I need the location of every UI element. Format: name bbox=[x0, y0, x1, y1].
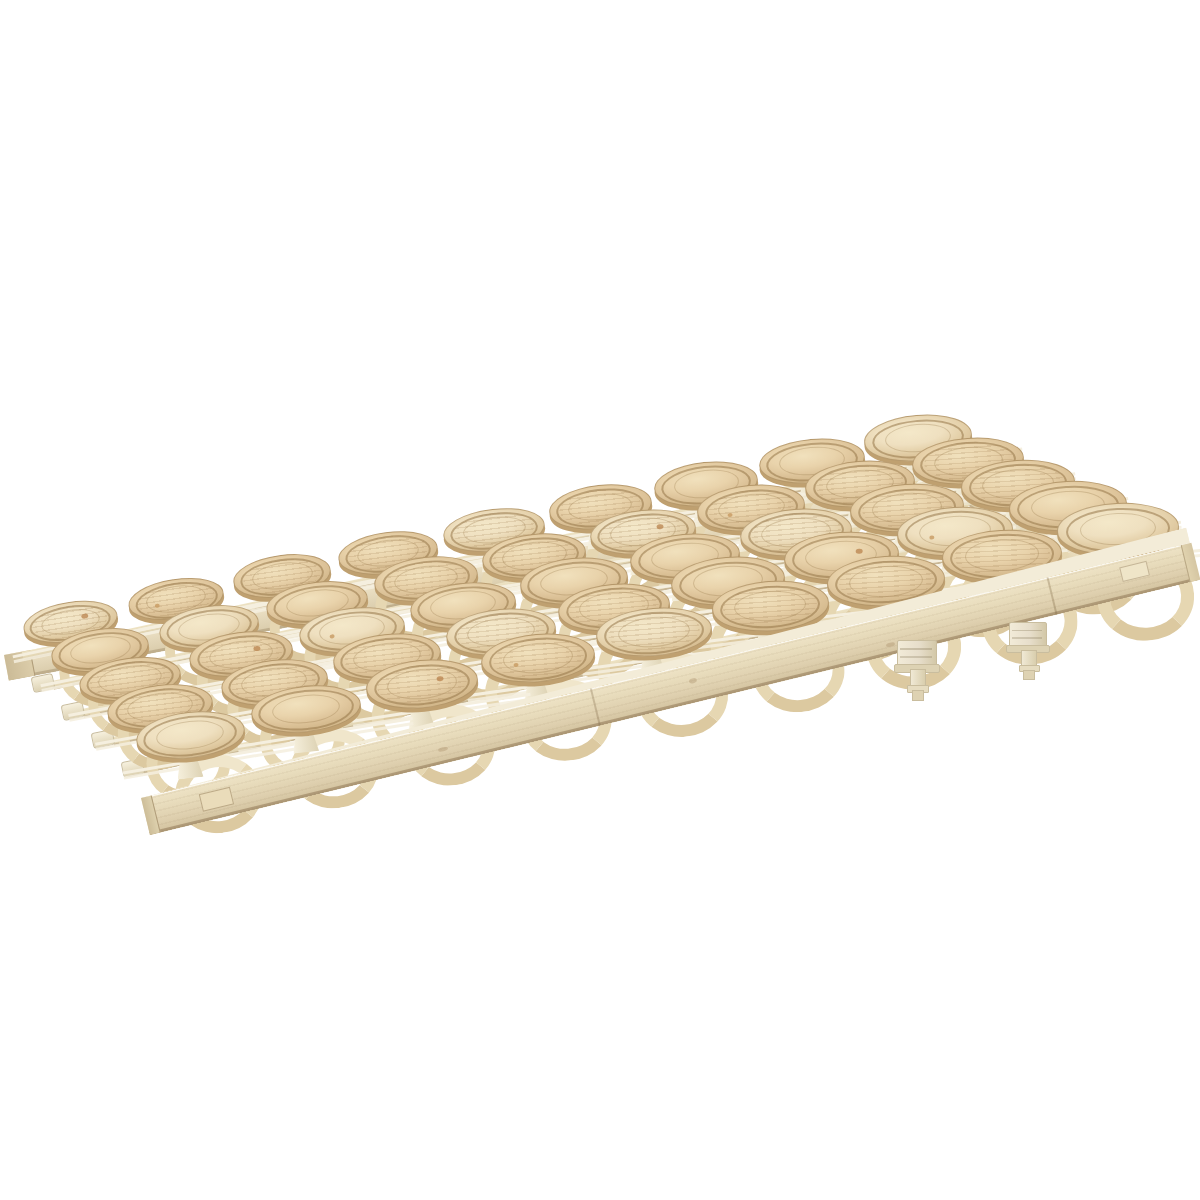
wood-knot bbox=[655, 524, 662, 530]
bed-base-photo bbox=[0, 0, 1200, 1200]
bracket-1-foot-pin bbox=[912, 690, 924, 701]
bracket-2-foot-pin bbox=[1023, 670, 1035, 681]
bracket-1-slot bbox=[900, 656, 932, 658]
bracket-2-slot bbox=[1012, 637, 1042, 639]
wood-knot bbox=[513, 662, 518, 666]
wood-knot bbox=[436, 675, 443, 681]
wood-knot bbox=[727, 512, 732, 516]
bracket-1-slot bbox=[900, 648, 932, 650]
bracket-2-slot bbox=[1012, 630, 1042, 632]
